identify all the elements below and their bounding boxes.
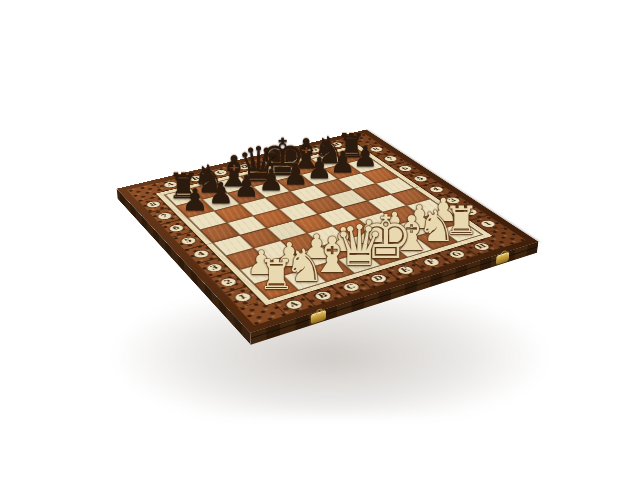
stage: ABCDEFGH ABCDEFGH 87654321 87654321 ♜♞♝♛…	[0, 0, 640, 480]
coord-label-top-F: F	[282, 152, 300, 160]
coord-label-top-A: A	[161, 180, 180, 189]
coord-label-left-6: 6	[166, 223, 186, 233]
coord-label-top-D: D	[235, 163, 254, 171]
brass-clasp	[496, 252, 509, 265]
coord-label-top-E: E	[259, 157, 277, 165]
coord-label-top-C: C	[211, 169, 230, 177]
coord-label-left-2: 2	[217, 276, 239, 288]
coord-label-left-3: 3	[204, 262, 226, 273]
